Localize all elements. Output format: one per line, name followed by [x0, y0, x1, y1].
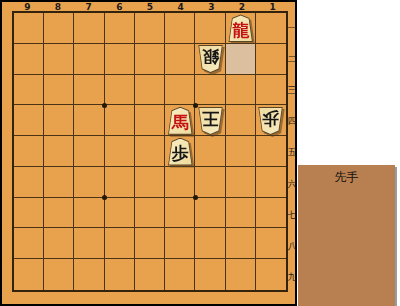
square-8一[interactable] — [44, 13, 74, 44]
rank-coordinates: 一二三四五六七八九 — [287, 11, 297, 292]
square-6六[interactable] — [105, 167, 135, 198]
square-9四[interactable] — [14, 105, 44, 136]
sente-hand-panel: 先手 — [298, 165, 395, 306]
square-6三[interactable] — [105, 75, 135, 106]
square-3九[interactable] — [195, 259, 225, 290]
piece-kanji: 王 — [202, 110, 219, 131]
square-9六[interactable] — [14, 167, 44, 198]
square-6八[interactable] — [105, 228, 135, 259]
square-5一[interactable] — [135, 13, 165, 44]
rank-label: 三 — [287, 73, 297, 104]
piece-gote-king[interactable]: 王 — [197, 107, 224, 135]
square-7三[interactable] — [74, 75, 104, 106]
square-7九[interactable] — [74, 259, 104, 290]
square-8三[interactable] — [44, 75, 74, 106]
square-4七[interactable] — [165, 198, 195, 229]
piece-kanji: 龍 — [232, 18, 249, 39]
square-9八[interactable] — [14, 228, 44, 259]
square-3五[interactable] — [195, 136, 225, 167]
square-7六[interactable] — [74, 167, 104, 198]
square-9三[interactable] — [14, 75, 44, 106]
rank-label: 六 — [287, 167, 297, 198]
square-2二[interactable] — [226, 44, 256, 75]
square-2五[interactable] — [226, 136, 256, 167]
square-4二[interactable] — [165, 44, 195, 75]
square-2八[interactable] — [226, 228, 256, 259]
square-8四[interactable] — [44, 105, 74, 136]
piece-sente-pawn[interactable]: 歩 — [167, 138, 194, 166]
piece-sente-dragon-promoted-rook-[interactable]: 龍 — [227, 14, 254, 42]
square-1七[interactable] — [256, 198, 286, 229]
square-8八[interactable] — [44, 228, 74, 259]
piece-kanji: 馬 — [172, 110, 189, 131]
rank-label: 一 — [287, 11, 297, 42]
square-1一[interactable] — [256, 13, 286, 44]
square-5五[interactable] — [135, 136, 165, 167]
square-7四[interactable] — [74, 105, 104, 136]
piece-gote-silver-general[interactable]: 銀 — [197, 45, 224, 73]
rank-label: 七 — [287, 198, 297, 229]
square-4九[interactable] — [165, 259, 195, 290]
square-6五[interactable] — [105, 136, 135, 167]
piece-kanji: 歩 — [262, 110, 279, 131]
sente-hand-label: 先手 — [298, 169, 395, 186]
square-4八[interactable] — [165, 228, 195, 259]
rank-label: 八 — [287, 230, 297, 261]
square-2三[interactable] — [226, 75, 256, 106]
square-3七[interactable] — [195, 198, 225, 229]
square-9一[interactable] — [14, 13, 44, 44]
square-5九[interactable] — [135, 259, 165, 290]
star-point — [102, 103, 107, 108]
square-5八[interactable] — [135, 228, 165, 259]
square-3八[interactable] — [195, 228, 225, 259]
square-6四[interactable] — [105, 105, 135, 136]
rank-label: 九 — [287, 261, 297, 292]
square-8七[interactable] — [44, 198, 74, 229]
square-4三[interactable] — [165, 75, 195, 106]
square-8五[interactable] — [44, 136, 74, 167]
square-5三[interactable] — [135, 75, 165, 106]
square-6七[interactable] — [105, 198, 135, 229]
star-point — [193, 195, 198, 200]
square-6一[interactable] — [105, 13, 135, 44]
square-7一[interactable] — [74, 13, 104, 44]
board-grid[interactable]: 龍銀王馬歩歩 — [12, 11, 288, 292]
square-9七[interactable] — [14, 198, 44, 229]
square-5七[interactable] — [135, 198, 165, 229]
square-9五[interactable] — [14, 136, 44, 167]
square-2九[interactable] — [226, 259, 256, 290]
square-5六[interactable] — [135, 167, 165, 198]
square-9二[interactable] — [14, 44, 44, 75]
square-7二[interactable] — [74, 44, 104, 75]
square-2四[interactable] — [226, 105, 256, 136]
square-3六[interactable] — [195, 167, 225, 198]
square-5四[interactable] — [135, 105, 165, 136]
square-7八[interactable] — [74, 228, 104, 259]
rank-label: 二 — [287, 42, 297, 73]
page: 987654321 龍銀王馬歩歩 一二三四五六七八九 先手 — [0, 0, 400, 306]
square-4六[interactable] — [165, 167, 195, 198]
piece-kanji: 銀 — [202, 49, 219, 70]
square-6九[interactable] — [105, 259, 135, 290]
square-1九[interactable] — [256, 259, 286, 290]
square-1五[interactable] — [256, 136, 286, 167]
square-3三[interactable] — [195, 75, 225, 106]
square-9九[interactable] — [14, 259, 44, 290]
square-6二[interactable] — [105, 44, 135, 75]
square-7七[interactable] — [74, 198, 104, 229]
square-1二[interactable] — [256, 44, 286, 75]
rank-label: 五 — [287, 136, 297, 167]
square-3一[interactable] — [195, 13, 225, 44]
square-1六[interactable] — [256, 167, 286, 198]
piece-sente-horse-promoted-bishop-[interactable]: 馬 — [167, 107, 194, 135]
square-2七[interactable] — [226, 198, 256, 229]
square-8二[interactable] — [44, 44, 74, 75]
piece-kanji: 歩 — [172, 141, 189, 162]
square-7五[interactable] — [74, 136, 104, 167]
square-8九[interactable] — [44, 259, 74, 290]
piece-gote-pawn[interactable]: 歩 — [257, 107, 284, 135]
square-1八[interactable] — [256, 228, 286, 259]
square-8六[interactable] — [44, 167, 74, 198]
rank-label: 四 — [287, 105, 297, 136]
square-4一[interactable] — [165, 13, 195, 44]
square-1三[interactable] — [256, 75, 286, 106]
square-2六[interactable] — [226, 167, 256, 198]
shogi-board: 987654321 龍銀王馬歩歩 一二三四五六七八九 — [0, 0, 297, 306]
square-5二[interactable] — [135, 44, 165, 75]
